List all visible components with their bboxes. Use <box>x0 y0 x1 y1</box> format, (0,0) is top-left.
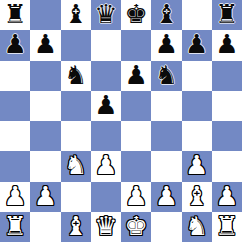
square-e7[interactable] <box>121 30 151 60</box>
square-d1[interactable]: ♛ <box>91 212 121 242</box>
square-d6[interactable] <box>91 61 121 91</box>
square-g2[interactable]: ♝ <box>182 182 212 212</box>
square-g4[interactable] <box>182 121 212 151</box>
square-e6[interactable]: ♟ <box>121 61 151 91</box>
piece-white-bishop[interactable]: ♝ <box>64 212 87 241</box>
square-f7[interactable]: ♟ <box>151 30 181 60</box>
piece-black-pawn[interactable]: ♟ <box>3 30 26 59</box>
square-e2[interactable]: ♟ <box>121 182 151 212</box>
square-g8[interactable] <box>182 0 212 30</box>
square-f4[interactable] <box>151 121 181 151</box>
square-h6[interactable] <box>212 61 242 91</box>
square-e1[interactable]: ♚ <box>121 212 151 242</box>
piece-white-rook[interactable]: ♜ <box>215 212 238 241</box>
square-b5[interactable] <box>30 91 60 121</box>
square-e3[interactable] <box>121 151 151 181</box>
piece-white-pawn[interactable]: ♟ <box>215 182 238 211</box>
piece-black-bishop[interactable]: ♝ <box>155 0 178 29</box>
square-d7[interactable] <box>91 30 121 60</box>
piece-black-knight[interactable]: ♞ <box>64 61 87 90</box>
square-g7[interactable]: ♟ <box>182 30 212 60</box>
piece-white-pawn[interactable]: ♟ <box>3 182 26 211</box>
square-h4[interactable] <box>212 121 242 151</box>
square-d5[interactable]: ♟ <box>91 91 121 121</box>
square-a3[interactable] <box>0 151 30 181</box>
square-e4[interactable] <box>121 121 151 151</box>
square-f1[interactable] <box>151 212 181 242</box>
square-h7[interactable]: ♟ <box>212 30 242 60</box>
square-g5[interactable] <box>182 91 212 121</box>
square-b7[interactable]: ♟ <box>30 30 60 60</box>
square-b2[interactable]: ♟ <box>30 182 60 212</box>
piece-white-pawn[interactable]: ♟ <box>94 151 117 180</box>
square-c8[interactable]: ♝ <box>61 0 91 30</box>
piece-white-king[interactable]: ♚ <box>124 212 147 241</box>
square-c2[interactable] <box>61 182 91 212</box>
square-f8[interactable]: ♝ <box>151 0 181 30</box>
square-h8[interactable]: ♜ <box>212 0 242 30</box>
piece-black-pawn[interactable]: ♟ <box>124 61 147 90</box>
square-e8[interactable]: ♚ <box>121 0 151 30</box>
square-f3[interactable] <box>151 151 181 181</box>
square-a5[interactable] <box>0 91 30 121</box>
square-c4[interactable] <box>61 121 91 151</box>
square-a6[interactable] <box>0 61 30 91</box>
square-e5[interactable] <box>121 91 151 121</box>
square-h5[interactable] <box>212 91 242 121</box>
square-d2[interactable] <box>91 182 121 212</box>
chess-board: ♜♝♛♚♝♜♟♟♟♟♟♞♟♞♟♞♟♟♟♟♟♟♝♟♜♝♛♚♞♜ <box>0 0 242 242</box>
square-c5[interactable] <box>61 91 91 121</box>
square-f6[interactable]: ♞ <box>151 61 181 91</box>
square-d4[interactable] <box>91 121 121 151</box>
square-h3[interactable] <box>212 151 242 181</box>
piece-black-bishop[interactable]: ♝ <box>64 0 87 29</box>
piece-white-rook[interactable]: ♜ <box>3 212 26 241</box>
piece-black-pawn[interactable]: ♟ <box>34 30 57 59</box>
square-g6[interactable] <box>182 61 212 91</box>
square-a1[interactable]: ♜ <box>0 212 30 242</box>
piece-white-knight[interactable]: ♞ <box>185 212 208 241</box>
square-a8[interactable]: ♜ <box>0 0 30 30</box>
piece-white-knight[interactable]: ♞ <box>64 151 87 180</box>
square-d8[interactable]: ♛ <box>91 0 121 30</box>
square-f2[interactable]: ♟ <box>151 182 181 212</box>
square-h2[interactable]: ♟ <box>212 182 242 212</box>
piece-white-bishop[interactable]: ♝ <box>185 182 208 211</box>
square-d3[interactable]: ♟ <box>91 151 121 181</box>
piece-white-pawn[interactable]: ♟ <box>124 182 147 211</box>
piece-black-rook[interactable]: ♜ <box>3 0 26 29</box>
piece-white-queen[interactable]: ♛ <box>94 212 117 241</box>
square-b3[interactable] <box>30 151 60 181</box>
square-g1[interactable]: ♞ <box>182 212 212 242</box>
square-b1[interactable] <box>30 212 60 242</box>
piece-black-pawn[interactable]: ♟ <box>215 30 238 59</box>
square-c7[interactable] <box>61 30 91 60</box>
piece-black-rook[interactable]: ♜ <box>215 0 238 29</box>
square-c6[interactable]: ♞ <box>61 61 91 91</box>
square-h1[interactable]: ♜ <box>212 212 242 242</box>
square-b4[interactable] <box>30 121 60 151</box>
piece-white-pawn[interactable]: ♟ <box>34 182 57 211</box>
square-a7[interactable]: ♟ <box>0 30 30 60</box>
piece-white-pawn[interactable]: ♟ <box>155 182 178 211</box>
piece-black-pawn[interactable]: ♟ <box>155 30 178 59</box>
square-b6[interactable] <box>30 61 60 91</box>
piece-black-king[interactable]: ♚ <box>124 0 147 29</box>
piece-black-knight[interactable]: ♞ <box>155 61 178 90</box>
square-c1[interactable]: ♝ <box>61 212 91 242</box>
piece-black-queen[interactable]: ♛ <box>94 0 117 29</box>
piece-black-pawn[interactable]: ♟ <box>94 91 117 120</box>
square-b8[interactable] <box>30 0 60 30</box>
piece-white-pawn[interactable]: ♟ <box>185 151 208 180</box>
square-a2[interactable]: ♟ <box>0 182 30 212</box>
square-g3[interactable]: ♟ <box>182 151 212 181</box>
square-c3[interactable]: ♞ <box>61 151 91 181</box>
square-f5[interactable] <box>151 91 181 121</box>
piece-black-pawn[interactable]: ♟ <box>185 30 208 59</box>
square-a4[interactable] <box>0 121 30 151</box>
